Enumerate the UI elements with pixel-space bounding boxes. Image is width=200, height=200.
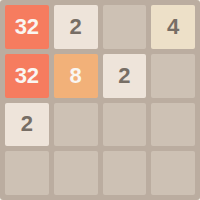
empty-cell-r3c2 (54, 103, 98, 147)
tile-32-r1c1: 32 (5, 5, 49, 49)
tile-32-r2c1: 32 (5, 54, 49, 98)
empty-cell-r1c3 (103, 5, 147, 49)
empty-cell-r2c4 (151, 54, 195, 98)
empty-cell-r4c2 (54, 151, 98, 195)
empty-cell-r3c3 (103, 103, 147, 147)
tile-8-r2c2: 8 (54, 54, 98, 98)
empty-cell-r4c1 (5, 151, 49, 195)
empty-cell-r4c3 (103, 151, 147, 195)
tile-2-r3c1: 2 (5, 103, 49, 147)
tile-2-r1c2: 2 (54, 5, 98, 49)
tile-2-r2c3: 2 (103, 54, 147, 98)
empty-cell-r4c4 (151, 151, 195, 195)
empty-cell-r3c4 (151, 103, 195, 147)
board-2048[interactable]: 322432822 (0, 0, 200, 200)
tile-4-r1c4: 4 (151, 5, 195, 49)
